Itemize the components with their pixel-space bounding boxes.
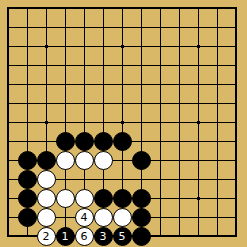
board-intersection	[132, 170, 151, 189]
board-intersection	[0, 189, 18, 208]
board-intersection	[37, 0, 56, 18]
black-stone	[113, 189, 132, 208]
board-intersection	[170, 208, 189, 227]
black-stone	[18, 170, 37, 189]
board-intersection	[208, 151, 227, 170]
black-stone	[113, 132, 132, 151]
board-intersection	[0, 0, 18, 18]
board-intersection	[0, 75, 18, 94]
board-intersection	[132, 18, 151, 37]
board-intersection	[0, 113, 18, 132]
board-intersection	[189, 227, 208, 246]
board-intersection	[37, 94, 56, 113]
board-intersection	[170, 0, 189, 18]
board-intersection	[151, 18, 170, 37]
board-intersection	[151, 151, 170, 170]
board-intersection	[75, 189, 94, 208]
board-intersection	[151, 113, 170, 132]
board-intersection	[0, 151, 18, 170]
black-stone	[132, 189, 151, 208]
board-intersection	[94, 94, 113, 113]
board-intersection	[75, 132, 94, 151]
board-intersection	[113, 189, 132, 208]
board-intersection	[75, 18, 94, 37]
black-stone: 1	[56, 227, 75, 246]
board-intersection	[94, 37, 113, 56]
board-intersection	[189, 94, 208, 113]
board-intersection	[132, 151, 151, 170]
board-intersection	[37, 18, 56, 37]
board-intersection	[18, 170, 37, 189]
black-stone: 5	[113, 227, 132, 246]
board-intersection	[113, 208, 132, 227]
board-intersection	[170, 37, 189, 56]
board-intersection	[170, 18, 189, 37]
board-intersection	[0, 37, 18, 56]
white-stone	[94, 151, 113, 170]
board-intersection	[132, 37, 151, 56]
board-intersection	[37, 170, 56, 189]
board-intersection	[18, 94, 37, 113]
board-intersection: 2	[37, 227, 56, 246]
board-intersection	[37, 75, 56, 94]
board-intersection	[227, 170, 246, 189]
board-intersection	[189, 18, 208, 37]
move-number-label: 1	[62, 230, 69, 241]
board-intersection	[208, 132, 227, 151]
board-intersection	[18, 37, 37, 56]
board-intersection	[151, 227, 170, 246]
board-intersection	[132, 0, 151, 18]
board-intersection	[113, 56, 132, 75]
board-intersection	[18, 151, 37, 170]
board-intersection	[75, 151, 94, 170]
board-intersection	[227, 227, 246, 246]
board-intersection	[94, 189, 113, 208]
board-intersection	[227, 208, 246, 227]
board-intersection	[94, 208, 113, 227]
black-stone	[56, 132, 75, 151]
board-intersection	[56, 132, 75, 151]
board-intersection	[208, 113, 227, 132]
board-intersection	[170, 132, 189, 151]
board-intersection	[208, 189, 227, 208]
board-intersection	[151, 208, 170, 227]
board-intersection	[56, 0, 75, 18]
move-number-label: 2	[43, 230, 50, 241]
board-intersection	[151, 189, 170, 208]
board-intersection	[56, 189, 75, 208]
white-stone	[75, 189, 94, 208]
board-intersection	[56, 113, 75, 132]
board-intersection	[18, 18, 37, 37]
white-stone	[94, 208, 113, 227]
board-intersection	[132, 132, 151, 151]
white-stone	[37, 170, 56, 189]
board-intersection	[151, 75, 170, 94]
board-intersection	[94, 113, 113, 132]
board-intersection	[37, 151, 56, 170]
board-intersection	[227, 0, 246, 18]
board-intersection	[75, 0, 94, 18]
board-intersection	[75, 170, 94, 189]
board-intersection	[94, 151, 113, 170]
board-intersection	[37, 37, 56, 56]
board-intersection	[189, 170, 208, 189]
board-intersection	[189, 113, 208, 132]
board-intersection	[113, 37, 132, 56]
board-intersection	[37, 189, 56, 208]
board-intersection	[227, 132, 246, 151]
board-intersection	[227, 75, 246, 94]
board-intersection: 4	[75, 208, 94, 227]
board-intersection	[132, 56, 151, 75]
board-intersection	[208, 75, 227, 94]
board-intersection	[113, 18, 132, 37]
white-stone	[56, 151, 75, 170]
white-stone	[75, 151, 94, 170]
board-intersection: 5	[113, 227, 132, 246]
board-intersection	[208, 227, 227, 246]
board-intersection	[227, 151, 246, 170]
board-intersection	[18, 56, 37, 75]
move-number-label: 6	[81, 230, 88, 241]
black-stone	[18, 151, 37, 170]
board-intersection	[75, 113, 94, 132]
board-intersection	[151, 56, 170, 75]
board-intersection	[208, 18, 227, 37]
board-intersection	[56, 94, 75, 113]
board-intersection	[113, 170, 132, 189]
board-intersection	[132, 113, 151, 132]
board-intersection	[37, 56, 56, 75]
board-intersection	[0, 132, 18, 151]
board-intersection	[170, 94, 189, 113]
board-intersection	[189, 56, 208, 75]
black-stone	[132, 151, 151, 170]
board-intersection	[18, 113, 37, 132]
board-intersection	[189, 0, 208, 18]
board-intersection	[113, 151, 132, 170]
board-intersection	[189, 37, 208, 56]
black-stone	[18, 189, 37, 208]
board-intersection	[170, 56, 189, 75]
white-stone: 6	[75, 227, 94, 246]
board-intersection	[151, 170, 170, 189]
board-intersection	[37, 132, 56, 151]
white-stone: 2	[37, 227, 56, 246]
go-board-diagram: 421635	[0, 0, 247, 247]
board-intersection	[94, 18, 113, 37]
board-intersection	[189, 132, 208, 151]
white-stone	[37, 208, 56, 227]
board-intersection	[94, 170, 113, 189]
white-stone	[37, 189, 56, 208]
board-intersection	[208, 170, 227, 189]
board-intersection	[132, 208, 151, 227]
board-intersection	[56, 37, 75, 56]
board-intersection	[132, 227, 151, 246]
black-stone	[18, 208, 37, 227]
black-stone	[132, 227, 151, 246]
board-intersection	[132, 75, 151, 94]
board-intersection	[113, 0, 132, 18]
black-stone	[94, 132, 113, 151]
board-intersection	[18, 227, 37, 246]
board-intersection	[75, 94, 94, 113]
board-intersection	[227, 56, 246, 75]
board-intersection	[170, 189, 189, 208]
move-number-label: 3	[100, 230, 107, 241]
board-intersection	[208, 56, 227, 75]
board-intersection	[0, 227, 18, 246]
board-intersection	[113, 113, 132, 132]
board-intersection	[18, 189, 37, 208]
board-intersection	[113, 75, 132, 94]
board-intersection	[189, 75, 208, 94]
board-intersection	[18, 0, 37, 18]
board-intersection	[227, 37, 246, 56]
board-intersection: 1	[56, 227, 75, 246]
board-intersection	[18, 208, 37, 227]
board-intersection	[56, 75, 75, 94]
board-intersection	[0, 56, 18, 75]
board-intersection	[189, 151, 208, 170]
black-stone	[75, 132, 94, 151]
board-intersection	[56, 56, 75, 75]
board-intersection	[208, 94, 227, 113]
board-intersection	[18, 132, 37, 151]
board-intersection	[75, 56, 94, 75]
black-stone	[94, 189, 113, 208]
board-intersection	[189, 208, 208, 227]
board-intersection	[170, 227, 189, 246]
board-intersection	[94, 132, 113, 151]
board-intersection	[0, 18, 18, 37]
board-intersection	[18, 75, 37, 94]
move-number-label: 5	[119, 230, 126, 241]
board-intersection: 6	[75, 227, 94, 246]
move-number-label: 4	[81, 211, 88, 222]
white-stone: 4	[75, 208, 94, 227]
board-intersection	[113, 94, 132, 113]
board-intersection: 3	[94, 227, 113, 246]
board-intersection	[0, 170, 18, 189]
board-intersection	[0, 208, 18, 227]
board-intersection	[151, 37, 170, 56]
board-intersection	[227, 94, 246, 113]
board-intersection	[94, 0, 113, 18]
board-intersection	[56, 151, 75, 170]
board-stone-grid: 421635	[0, 0, 246, 246]
board-intersection	[208, 37, 227, 56]
board-intersection	[113, 132, 132, 151]
board-intersection	[56, 208, 75, 227]
board-intersection	[208, 0, 227, 18]
board-intersection	[37, 113, 56, 132]
board-intersection	[151, 94, 170, 113]
white-stone	[113, 208, 132, 227]
board-intersection	[208, 208, 227, 227]
board-intersection	[170, 75, 189, 94]
board-intersection	[37, 208, 56, 227]
board-intersection	[56, 170, 75, 189]
board-intersection	[75, 75, 94, 94]
black-stone	[37, 151, 56, 170]
board-intersection	[170, 170, 189, 189]
board-intersection	[132, 94, 151, 113]
board-intersection	[94, 75, 113, 94]
board-intersection	[170, 151, 189, 170]
white-stone	[56, 189, 75, 208]
board-intersection	[189, 189, 208, 208]
board-intersection	[151, 0, 170, 18]
board-intersection	[227, 189, 246, 208]
board-intersection	[94, 56, 113, 75]
board-intersection	[75, 37, 94, 56]
board-intersection	[227, 113, 246, 132]
board-intersection	[56, 18, 75, 37]
board-intersection	[151, 132, 170, 151]
black-stone: 3	[94, 227, 113, 246]
board-intersection	[170, 113, 189, 132]
board-intersection	[227, 18, 246, 37]
board-intersection	[132, 189, 151, 208]
black-stone	[132, 208, 151, 227]
board-intersection	[0, 94, 18, 113]
